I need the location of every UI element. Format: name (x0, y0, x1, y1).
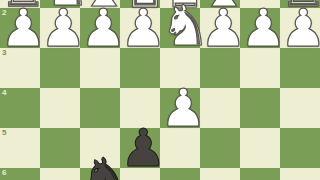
white-pawn-icon: ♟ (240, 8, 280, 48)
rank-label-6: 6 (2, 169, 6, 177)
white-pawn-icon: ♟ (280, 8, 320, 48)
white-pawn-e2[interactable]: ♟ (120, 8, 160, 48)
square-a5[interactable] (280, 128, 320, 168)
square-c6[interactable] (200, 168, 240, 180)
square-g4[interactable] (40, 88, 80, 128)
rank-label-5: 5 (2, 129, 6, 137)
rank-label-4: 4 (2, 89, 6, 97)
white-pawn-icon: ♟ (40, 8, 80, 48)
square-b6[interactable] (240, 168, 280, 180)
white-pawn-c2[interactable]: ♟ (200, 8, 240, 48)
square-g5[interactable] (40, 128, 80, 168)
square-b4[interactable] (240, 88, 280, 128)
white-pawn-f2[interactable]: ♟ (80, 8, 120, 48)
square-a6[interactable] (280, 168, 320, 180)
white-pawn-icon: ♟ (80, 8, 120, 48)
black-knight-f6[interactable]: ♞ (80, 161, 120, 180)
white-pawn-icon: ♟ (0, 8, 40, 48)
square-a4[interactable] (280, 88, 320, 128)
white-knight-icon: ♞ (160, 6, 200, 46)
white-knight-d2[interactable]: ♞ (160, 8, 200, 48)
white-pawn-g2[interactable]: ♟ (40, 8, 80, 48)
square-g6[interactable] (40, 168, 80, 180)
chess-board: 23456♜♞♝♚♛♝♜♟♟♟♟♞♟♟♟♟♟♞ (0, 0, 320, 180)
white-pawn-a2[interactable]: ♟ (280, 8, 320, 48)
white-pawn-b2[interactable]: ♟ (240, 8, 280, 48)
white-pawn-icon: ♟ (200, 8, 240, 48)
square-f4[interactable] (80, 88, 120, 128)
square-b5[interactable] (240, 128, 280, 168)
chess-board-viewport: 23456♜♞♝♚♛♝♜♟♟♟♟♞♟♟♟♟♟♞ (0, 0, 320, 180)
white-pawn-h2[interactable]: ♟ (0, 8, 40, 48)
black-knight-icon: ♞ (80, 159, 120, 180)
white-pawn-icon: ♟ (120, 8, 160, 48)
